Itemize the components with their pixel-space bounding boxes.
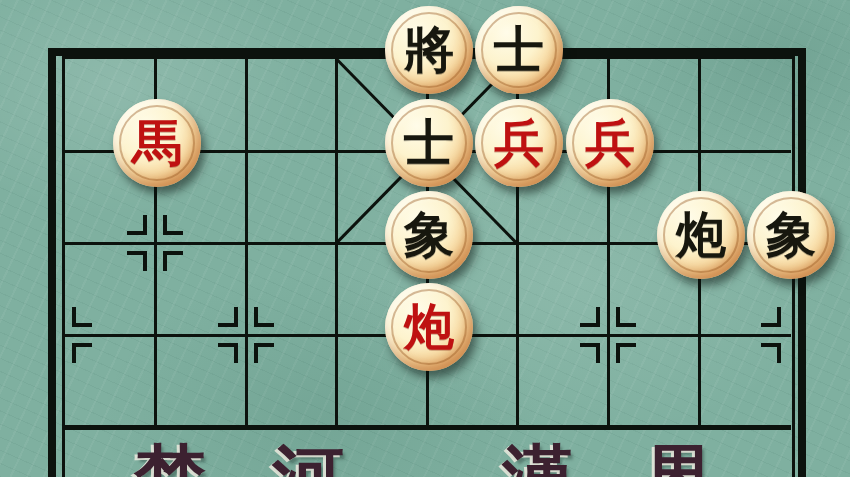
position-marker bbox=[254, 307, 258, 327]
piece-red-soldier[interactable]: 兵 bbox=[475, 99, 563, 187]
position-marker bbox=[143, 251, 147, 271]
piece-glyph: 炮 bbox=[385, 283, 473, 371]
piece-glyph: 士 bbox=[385, 99, 473, 187]
position-marker bbox=[777, 307, 781, 327]
piece-glyph: 象 bbox=[747, 191, 835, 279]
piece-red-horse[interactable]: 馬 bbox=[113, 99, 201, 187]
position-marker bbox=[616, 343, 620, 363]
position-marker bbox=[234, 343, 238, 363]
river-label: 楚 bbox=[134, 442, 206, 477]
piece-glyph: 馬 bbox=[113, 99, 201, 187]
position-marker bbox=[163, 215, 167, 235]
piece-black-general[interactable]: 將 bbox=[385, 6, 473, 94]
piece-black-elephant[interactable]: 象 bbox=[747, 191, 835, 279]
river-label: 漢 bbox=[502, 442, 574, 477]
xiangqi-board: 楚河漢界 將士馬士兵兵象炮象炮 bbox=[0, 0, 850, 477]
piece-red-soldier[interactable]: 兵 bbox=[566, 99, 654, 187]
piece-black-cannon[interactable]: 炮 bbox=[657, 191, 745, 279]
position-marker bbox=[143, 215, 147, 235]
position-marker bbox=[254, 343, 258, 363]
position-marker bbox=[596, 307, 600, 327]
piece-black-elephant[interactable]: 象 bbox=[385, 191, 473, 279]
piece-red-cannon[interactable]: 炮 bbox=[385, 283, 473, 371]
piece-black-advisor[interactable]: 士 bbox=[475, 6, 563, 94]
river-label: 界 bbox=[643, 442, 715, 477]
piece-glyph: 將 bbox=[385, 6, 473, 94]
position-marker bbox=[163, 251, 167, 271]
piece-glyph: 象 bbox=[385, 191, 473, 279]
piece-glyph: 兵 bbox=[475, 99, 563, 187]
position-marker bbox=[616, 307, 620, 327]
position-marker bbox=[72, 307, 76, 327]
piece-glyph: 士 bbox=[475, 6, 563, 94]
river-top-line bbox=[62, 425, 791, 430]
piece-glyph: 炮 bbox=[657, 191, 745, 279]
position-marker bbox=[72, 343, 76, 363]
position-marker bbox=[777, 343, 781, 363]
piece-black-advisor[interactable]: 士 bbox=[385, 99, 473, 187]
piece-glyph: 兵 bbox=[566, 99, 654, 187]
position-marker bbox=[234, 307, 238, 327]
river-label: 河 bbox=[272, 442, 344, 477]
position-marker bbox=[596, 343, 600, 363]
